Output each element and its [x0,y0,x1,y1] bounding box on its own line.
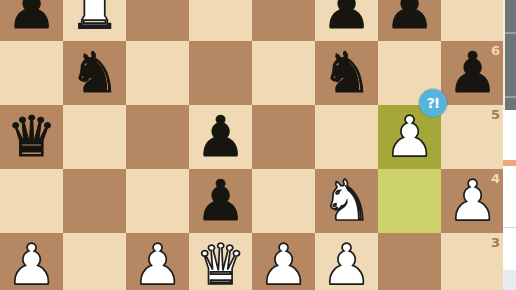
square-d5[interactable]: ♟ [189,105,252,169]
square-h3[interactable] [441,233,504,290]
panel-separator [505,32,516,34]
square-h5[interactable] [441,105,504,169]
square-c5[interactable] [126,105,189,169]
black-pawn-h6[interactable]: ♟ [447,45,497,101]
panel-orange-bar [503,160,516,166]
square-d4[interactable]: ♟ [189,169,252,233]
square-a6[interactable] [0,41,63,105]
annotation-glyph: ?! [427,95,440,111]
square-e3[interactable]: ♟ [252,233,315,290]
square-c3[interactable]: ♟ [126,233,189,290]
square-a5[interactable]: ♛ [0,105,63,169]
white-knight-f4[interactable]: ♞ [321,173,371,229]
white-queen-d3[interactable]: ♛ [195,237,245,290]
square-f7[interactable]: ♟ [315,0,378,41]
white-pawn-c3[interactable]: ♟ [132,237,182,290]
white-pawn-h4[interactable]: ♟ [447,173,497,229]
side-panel [503,0,516,290]
white-pawn-a3[interactable]: ♟ [6,237,56,290]
square-d3[interactable]: ♛ [189,233,252,290]
chess-board: ♟♜♟♟♞♞♟♛♟♟♟♞♟♟♟♛♟♟ [0,0,504,290]
square-f5[interactable] [315,105,378,169]
panel-list-edge [503,0,516,110]
square-b3[interactable] [63,233,126,290]
white-pawn-e3[interactable]: ♟ [258,237,308,290]
square-d7[interactable] [189,0,252,41]
black-pawn-d5[interactable]: ♟ [195,109,245,165]
square-b7[interactable]: ♜ [63,0,126,41]
square-f6[interactable]: ♞ [315,41,378,105]
square-c7[interactable] [126,0,189,41]
white-pawn-f3[interactable]: ♟ [321,237,371,290]
black-pawn-d4[interactable]: ♟ [195,173,245,229]
black-pawn-a7[interactable]: ♟ [6,0,56,37]
square-e5[interactable] [252,105,315,169]
square-d6[interactable] [189,41,252,105]
black-knight-f6[interactable]: ♞ [321,45,371,101]
square-g7[interactable]: ♟ [378,0,441,41]
square-b6[interactable]: ♞ [63,41,126,105]
black-pawn-f7[interactable]: ♟ [321,0,371,37]
panel-bottom-gray [503,270,516,290]
square-f4[interactable]: ♞ [315,169,378,233]
square-a3[interactable]: ♟ [0,233,63,290]
square-f3[interactable]: ♟ [315,233,378,290]
chess-analysis-screenshot: ♟♜♟♟♞♞♟♛♟♟♟♞♟♟♟♛♟♟ ?! 6543 [0,0,516,290]
black-queen-a5[interactable]: ♛ [6,109,56,165]
square-c4[interactable] [126,169,189,233]
square-c6[interactable] [126,41,189,105]
square-b4[interactable] [63,169,126,233]
square-b5[interactable] [63,105,126,169]
square-g4[interactable] [378,169,441,233]
move-annotation-badge: ?! [419,89,447,117]
square-h7[interactable] [441,0,504,41]
square-e7[interactable] [252,0,315,41]
square-g3[interactable] [378,233,441,290]
white-rook-b7[interactable]: ♜ [69,0,119,37]
square-h6[interactable]: ♟ [441,41,504,105]
black-pawn-g7[interactable]: ♟ [384,0,434,37]
white-pawn-g5[interactable]: ♟ [384,109,434,165]
square-a4[interactable] [0,169,63,233]
panel-separator [505,96,516,98]
black-knight-b6[interactable]: ♞ [69,45,119,101]
square-a7[interactable]: ♟ [0,0,63,41]
square-h4[interactable]: ♟ [441,169,504,233]
panel-divider [503,227,516,228]
square-e4[interactable] [252,169,315,233]
square-e6[interactable] [252,41,315,105]
